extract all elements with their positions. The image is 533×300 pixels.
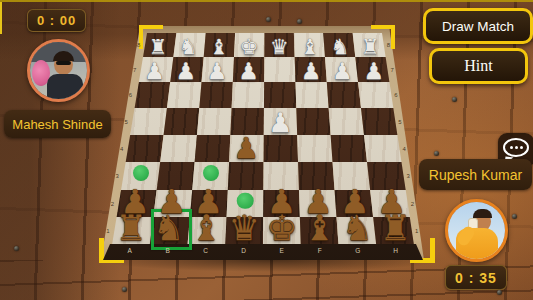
- rank-label-right-8: 8: [387, 42, 390, 48]
- piece-silver-pawn-d7[interactable]: ♟: [238, 60, 259, 83]
- piece-brown-rook-a1[interactable]: ♜: [115, 211, 146, 246]
- piece-silver-bishop-f8[interactable]: ♝: [300, 37, 319, 58]
- draw-match-button[interactable]: Draw Match: [423, 8, 533, 44]
- opponent-timer-text: 0 : 00: [37, 13, 76, 28]
- file-label-G: G: [355, 247, 361, 254]
- piece-silver-pawn-f7[interactable]: ♟: [301, 60, 322, 83]
- rank-label-left-4: 4: [120, 146, 123, 152]
- rank-label-right-7: 7: [391, 67, 394, 73]
- screw-icon: [14, 246, 19, 251]
- opponent-name-text: Mahesh Shinde: [12, 117, 102, 132]
- piece-silver-pawn-b7[interactable]: ♟: [176, 60, 197, 83]
- my-name-plate: Rupesh Kumar: [419, 159, 532, 190]
- my-timer-text: 0 : 35: [455, 270, 497, 286]
- my-name-text: Rupesh Kumar: [429, 167, 522, 183]
- opponent-avatar: [27, 39, 90, 102]
- rank-label-left-1: 1: [106, 228, 109, 234]
- piece-silver-rook-a8[interactable]: ♜: [149, 37, 168, 58]
- piece-silver-knight-b8[interactable]: ♞: [179, 37, 198, 58]
- screw-icon: [434, 151, 439, 156]
- move-dot-d2[interactable]: [237, 192, 254, 209]
- file-label-C: C: [203, 247, 208, 254]
- piece-silver-pawn-h7[interactable]: ♟: [363, 60, 384, 83]
- file-label-E: E: [280, 247, 285, 254]
- file-label-B: B: [166, 247, 171, 254]
- rank-label-left-2: 2: [111, 201, 114, 207]
- file-label-D: D: [241, 247, 246, 254]
- chess-board: ♜♞♝♚♛♝♞♜♟♟♟♟♟♟♟♟♟♟♟♟♟♟♟♟♜♞♝♛♚♝♞♜ABCDEFGH…: [0, 0, 533, 300]
- screw-icon: [497, 290, 502, 295]
- piece-brown-rook-h1[interactable]: ♜: [379, 211, 410, 246]
- rank-label-left-8: 8: [137, 42, 140, 48]
- opponent-name-plate: Mahesh Shinde: [4, 110, 111, 138]
- rank-label-right-2: 2: [411, 201, 414, 207]
- piece-silver-pawn-g7[interactable]: ♟: [332, 60, 353, 83]
- rank-label-right-6: 6: [394, 92, 397, 98]
- piece-brown-king-e1[interactable]: ♚: [266, 211, 297, 246]
- screw-icon: [297, 19, 302, 24]
- piece-silver-pawn-c7[interactable]: ♟: [207, 60, 228, 83]
- rank-label-right-5: 5: [398, 119, 401, 125]
- my-avatar: [445, 199, 508, 262]
- piece-silver-bishop-c8[interactable]: ♝: [209, 37, 228, 58]
- hint-label: Hint: [464, 57, 492, 75]
- piece-silver-pawn-e5[interactable]: ♟: [268, 109, 292, 136]
- piece-brown-knight-g1[interactable]: ♞: [342, 211, 373, 246]
- file-label-A: A: [128, 247, 133, 254]
- opponent-timer: 0 : 00: [27, 9, 86, 32]
- screw-icon: [452, 97, 457, 102]
- chat-bubble-icon: [503, 138, 529, 157]
- hint-button[interactable]: Hint: [429, 48, 528, 84]
- screw-icon: [512, 214, 517, 219]
- chess-app-screen: ♜♞♝♚♛♝♞♜♟♟♟♟♟♟♟♟♟♟♟♟♟♟♟♟♜♞♝♛♚♝♞♜ABCDEFGH…: [0, 0, 533, 300]
- piece-brown-queen-d1[interactable]: ♛: [228, 211, 259, 246]
- rank-label-left-3: 3: [115, 173, 118, 179]
- piece-silver-rook-h8[interactable]: ♜: [361, 37, 380, 58]
- piece-brown-pawn-d4[interactable]: ♟: [233, 134, 259, 163]
- piece-brown-bishop-c1[interactable]: ♝: [191, 211, 222, 246]
- screw-icon: [266, 17, 271, 22]
- move-dot-a3[interactable]: [133, 165, 149, 181]
- draw-match-label: Draw Match: [442, 19, 514, 34]
- move-dot-c3[interactable]: [203, 165, 219, 181]
- rank-label-left-5: 5: [124, 119, 127, 125]
- piece-silver-king-d8[interactable]: ♚: [240, 37, 259, 58]
- piece-silver-knight-g8[interactable]: ♞: [331, 37, 350, 58]
- rank-label-right-3: 3: [407, 173, 410, 179]
- piece-silver-queen-e8[interactable]: ♛: [270, 37, 289, 58]
- file-label-H: H: [393, 247, 398, 254]
- my-timer: 0 : 35: [445, 265, 507, 290]
- rank-label-right-1: 1: [415, 228, 418, 234]
- rank-label-left-7: 7: [133, 67, 136, 73]
- piece-brown-bishop-f1[interactable]: ♝: [304, 211, 335, 246]
- rank-label-right-4: 4: [402, 146, 405, 152]
- piece-silver-pawn-a7[interactable]: ♟: [144, 60, 165, 83]
- screw-icon: [122, 287, 127, 292]
- piece-brown-knight-b1[interactable]: ♞: [153, 211, 184, 246]
- rank-label-left-6: 6: [129, 92, 132, 98]
- file-label-F: F: [318, 247, 322, 254]
